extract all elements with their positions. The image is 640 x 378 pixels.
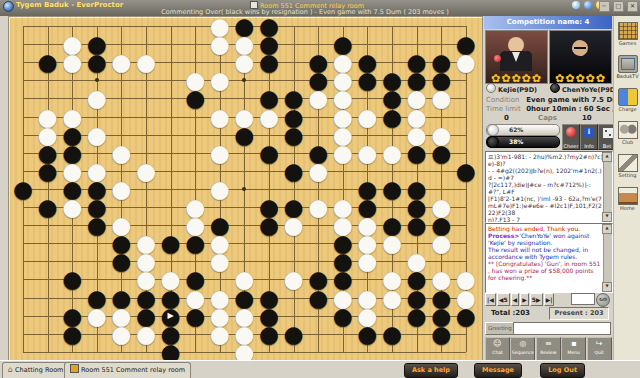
sidebar-item-label: Home [615, 205, 640, 211]
toolbar-button-label: Chat [486, 350, 509, 356]
caps-label: Caps [538, 114, 557, 123]
present-move-label: Present : 203 [549, 307, 609, 320]
sequence-button[interactable]: ◎Sequence [510, 337, 535, 361]
star-point [390, 296, 394, 300]
tab-chatting-room[interactable]: ⌂Chatting Room [2, 362, 69, 378]
app-window: Tygem Baduk - EverProctor Room 551 Comme… [0, 0, 640, 378]
red-ball-icon [566, 127, 576, 137]
cheer-button-label: Cheer [563, 143, 579, 149]
kibitz-lines: 프)3'm1-981: - 2hu)%m2.)?my2#n)?c)e)-8)?-… [488, 153, 603, 223]
sidebar-item-charge[interactable]: Charge [615, 88, 640, 118]
chat-input[interactable] [513, 322, 611, 335]
caps-row: 0 Caps 10 [486, 114, 610, 123]
star-point [95, 296, 99, 300]
greeting-row: Greeting [485, 322, 611, 335]
kibitz-line: ?|2c117,)die)J#ce - m?c#712%)]-:#?", L#F [488, 181, 603, 195]
white-slider-knob[interactable] [487, 124, 499, 136]
move-navigation: |◀◀5◀▶5▶▶| GO [485, 293, 611, 306]
black-slider-knob[interactable] [487, 136, 499, 148]
kibitz-line: mL#7e)F1:)e#e6e - #l2c1)F,101,F2(222)F2(… [488, 202, 603, 216]
info-box-icon: i [584, 127, 594, 137]
grid-line-vertical [343, 26, 344, 352]
system-message-line: The result will not be changed, in accor… [488, 246, 603, 260]
sidebar-item-label: Setting [615, 172, 640, 178]
message-scrollbar[interactable]: ▲▼ [603, 224, 612, 292]
cheer-button[interactable]: Cheer [562, 124, 580, 150]
grid-line-horizontal [23, 225, 466, 226]
exit-icon: ↪ [588, 338, 611, 350]
move-totals: Total :203 Present : 203 [485, 307, 611, 320]
sidebar-item-setting[interactable]: Setting [615, 154, 640, 184]
sidebar-item-label: BadukTV [615, 73, 640, 79]
player-photos: ✿✿✿✿✿ ✿✿✿✿✿ [484, 30, 612, 82]
last-move-marker-icon: ▶ [166, 312, 176, 320]
black-player-name-text: ChenYoYe(P9D) [562, 86, 618, 94]
scroll-up-icon[interactable]: ▲ [602, 224, 612, 234]
black-stone-icon [550, 83, 560, 93]
kibitz-line: n)?,F13 - 7 [488, 216, 603, 223]
system-message-line: Process>'ChenYoYe' won against 'KeJie' b… [488, 232, 603, 246]
panel-toolbar: ☺Chat◎Sequence≡Review▪Menu↪Quit [484, 337, 612, 360]
tab-label: Chatting Room [15, 366, 63, 374]
chat-button[interactable]: ☺Chat [485, 337, 510, 361]
menu-book-icon: ▪ [562, 338, 585, 350]
grid-line-vertical [269, 26, 270, 352]
house-icon: ⌂ [8, 363, 13, 377]
time-limit-label: Time limit [486, 105, 524, 114]
tv-icon [618, 55, 638, 73]
goboard-icon [618, 22, 638, 40]
sidebar-item-label: Charge [615, 106, 640, 112]
black-support-percent: 38% [509, 137, 523, 147]
close-button[interactable]: ✕ [627, 1, 638, 12]
kibitz-line: 프)3'm1-981: - 2hu)%m2.)?my2#n)?c)e)-8)? [488, 153, 603, 167]
nav-button-5x[interactable]: 5▶ [530, 293, 543, 306]
ask-a-help-button[interactable]: Ask a help [404, 363, 458, 378]
grid-line-horizontal [23, 243, 466, 244]
info-button-label: Info [581, 143, 597, 149]
time-limit-value: 0hour 10min : 60 Sec / 3 [526, 105, 622, 113]
service-sidebar: GamesBadukTVChargeClubSettingHome [613, 16, 640, 360]
people-icon: ☺ [486, 338, 509, 350]
grid-line-horizontal [23, 207, 466, 208]
grid-line-vertical [294, 26, 295, 352]
game-status-subtitle: Commenting Over( black wins by resignati… [0, 8, 610, 16]
system-message-box[interactable]: Betting has ended, Thank you. Process>'C… [485, 223, 613, 293]
nav-buttons: |◀◀5◀▶5▶▶| [485, 296, 555, 304]
kibitz-line: - - 4#g2((202)Jb?e(n), 1202'm#1n2(.)d - … [488, 167, 603, 181]
grid-line-horizontal [23, 261, 466, 262]
sidebar-item-label: Games [615, 40, 640, 46]
total-moves-label: Total :203 [491, 309, 530, 317]
people-icon [618, 121, 638, 139]
coins-icon [618, 88, 638, 106]
grid-line-vertical [441, 26, 442, 352]
sequence-icon: ◎ [511, 338, 534, 350]
star-point [242, 187, 246, 191]
star-point [95, 78, 99, 82]
grid-line-vertical [466, 26, 467, 352]
message-button[interactable]: Message [474, 363, 522, 378]
caps-left-value: 0 [504, 114, 509, 123]
nav-button-x5[interactable]: ◀5 [497, 293, 510, 306]
competition-name-bar: Competition name: 4 [484, 16, 612, 29]
black-player-photo: ✿✿✿✿✿ [549, 30, 612, 84]
grid-line-horizontal [23, 334, 466, 335]
sidebar-item-home[interactable]: Home [615, 187, 640, 217]
greeting-tab[interactable]: Greeting [485, 322, 515, 335]
tools-icon [618, 154, 638, 172]
review-icon: ≡ [537, 338, 560, 350]
sidebar-item-club[interactable]: Club [615, 121, 640, 151]
system-message-line: ** [Congratulates] 'Gun', in room 551 , … [488, 260, 603, 281]
system-message-line: Betting has ended, Thank you. [488, 225, 603, 232]
sidebar-item-baduktv[interactable]: BadukTV [615, 55, 640, 85]
scroll-down-icon[interactable]: ▼ [602, 282, 612, 292]
go-button[interactable]: GO [596, 293, 610, 307]
black-support-slider[interactable]: 38% [486, 136, 560, 148]
grid-line-vertical [417, 26, 418, 352]
scroll-up-icon[interactable]: ▲ [602, 152, 612, 162]
black-player-name[interactable]: ChenYoYe(P9D) [549, 83, 611, 95]
house-icon [618, 187, 638, 205]
star-point [242, 296, 246, 300]
grid-line-horizontal [23, 352, 466, 353]
tab-room-551[interactable]: Room 551 Comment relay room [64, 362, 191, 378]
star-point [242, 78, 246, 82]
go-board[interactable]: ●●●●●●●●●●●●●●●●●●●●●●●●●●●●●●●●●●●●●●●●… [8, 16, 483, 362]
white-player-name[interactable]: KeJie(P9D) [485, 83, 547, 95]
info-button[interactable]: i Info [580, 124, 598, 150]
grid-line-vertical [367, 26, 368, 352]
title-bar[interactable]: Tygem Baduk - EverProctor Room 551 Comme… [0, 0, 640, 16]
white-player-photo: ✿✿✿✿✿ [485, 30, 548, 84]
menu-button[interactable]: ▪Menu [561, 337, 586, 361]
review-button[interactable]: ≡Review [536, 337, 561, 361]
toolbar-button-label: Menu [562, 350, 585, 356]
star-point [390, 78, 394, 82]
toolbar-button-label: Review [537, 350, 560, 356]
star-point [95, 187, 99, 191]
support-sliders: 62% 38% Cheer i Info Bet [486, 124, 610, 149]
time-limit-row: Time limit 0hour 10min : 60 Sec / 3 [486, 105, 610, 114]
white-player-name-text: KeJie(P9D) [498, 86, 537, 94]
white-support-percent: 62% [509, 125, 523, 135]
game-info-panel: Competition name: 4 ✿✿✿✿✿ ✿✿✿✿✿ KeJie(P9… [484, 16, 612, 360]
sidebar-item-games[interactable]: Games [615, 22, 640, 52]
kibitz-scrollbar[interactable]: ▲▼ [603, 152, 612, 222]
glasses-icon [574, 47, 586, 52]
bottom-bar: ⌂Chatting Room Room 551 Comment relay ro… [0, 360, 640, 378]
rose-icon [494, 55, 501, 62]
quit-button[interactable]: ↪Quit [587, 337, 612, 361]
kibitz-chat-box[interactable]: 프)3'm1-981: - 2hu)%m2.)?my2#n)?c)e)-8)?-… [485, 151, 613, 223]
toolbar-button-label: Sequence [511, 350, 534, 356]
log-out-button[interactable]: Log Out [540, 363, 585, 378]
player-names-row: KeJie(P9D) ChenYoYe(P9D) [484, 83, 612, 95]
caps-right-value: 10 [582, 114, 592, 123]
system-messages: Betting has ended, Thank you. Process>'C… [488, 225, 603, 281]
scroll-down-icon[interactable]: ▼ [602, 212, 612, 222]
tab-label: Room 551 Comment relay room [81, 366, 185, 374]
condition-row: Condition Even game with 7.5 Dum [486, 96, 610, 105]
kibitz-line: [F1)8'2-1#1(nc, )'iml -93 - 62a,?m'e(7 [488, 195, 603, 202]
maximize-button[interactable]: □ [613, 1, 624, 12]
move-number-input[interactable] [571, 293, 595, 305]
room-icon [70, 364, 79, 373]
nav-button-xx[interactable]: |◀ [485, 293, 496, 306]
grid-line-horizontal [23, 279, 466, 280]
nav-button-x[interactable]: ▶ [520, 293, 529, 306]
board-grid[interactable]: ●●●●●●●●●●●●●●●●●●●●●●●●●●●●●●●●●●●●●●●●… [9, 17, 482, 361]
toolbar-button-label: Quit [588, 350, 611, 356]
white-stone-icon [486, 83, 496, 93]
condition-label: Condition [486, 96, 524, 105]
condition-value: Even game with 7.5 Dum [526, 96, 624, 104]
grid-line-vertical [318, 26, 319, 352]
grid-line-horizontal [23, 316, 466, 317]
nav-button-x[interactable]: ◀ [511, 293, 520, 306]
message-prefix: Process> [488, 232, 519, 239]
sidebar-item-label: Club [615, 139, 640, 145]
nav-button-xx[interactable]: ▶| [544, 293, 555, 306]
white-support-slider[interactable]: 62% [486, 124, 560, 136]
star-point [390, 187, 394, 191]
